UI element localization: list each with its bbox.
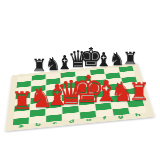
black-rook-right: ♜ [122,50,137,67]
red-rook-right: ♜ [128,80,150,104]
pieces-layer: ♜♞♝♛♚♝♞♜♜♞♝♛♚♝♞♜ [0,0,160,160]
chess-set-photo: abcdefgh ♜♞♝♛♚♝♞♜♜♞♝♛♚♝♞♜ [0,0,160,160]
